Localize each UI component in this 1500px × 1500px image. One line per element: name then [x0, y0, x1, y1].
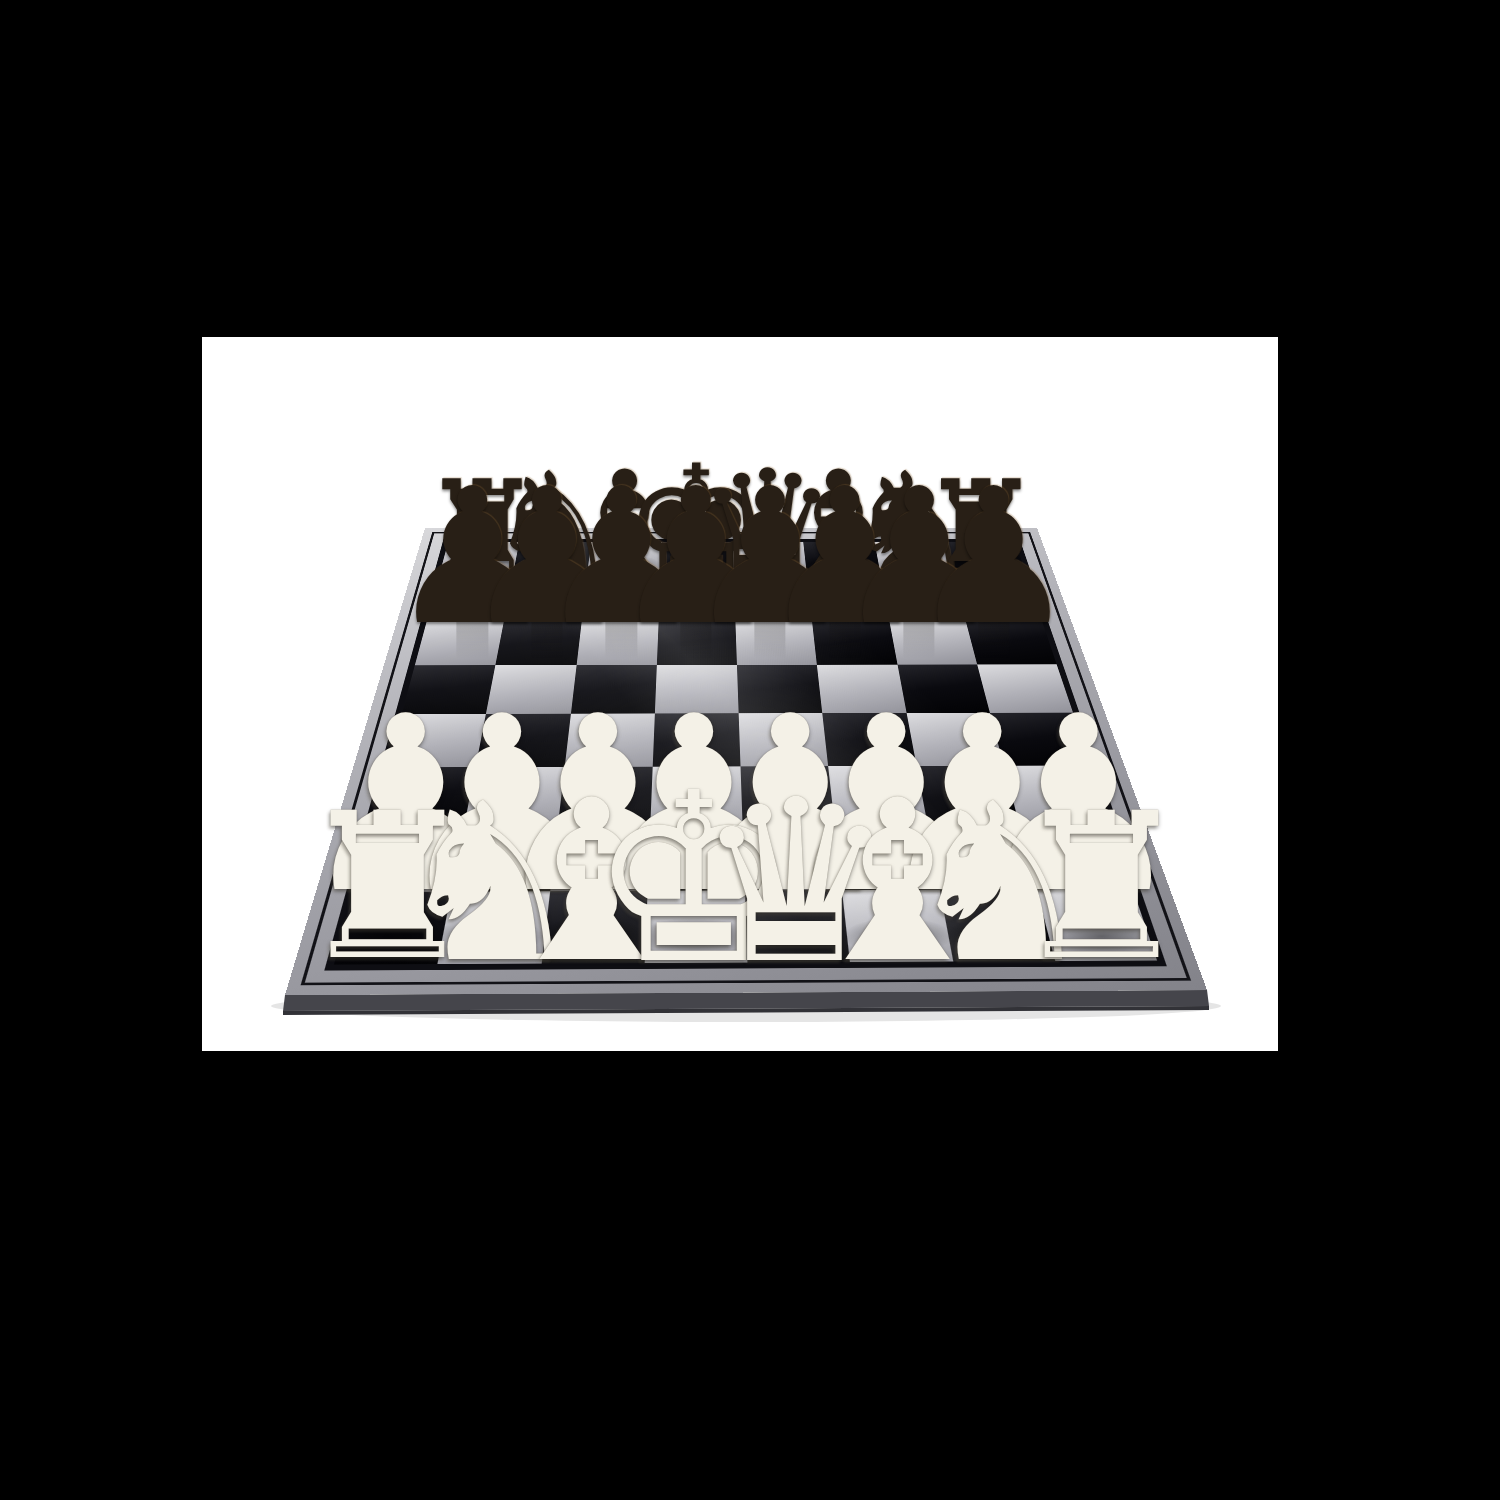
piece-white-rook-h1[interactable]: ♜ — [1011, 787, 1192, 989]
piece-black-pawn-h7[interactable]: ♟ — [909, 464, 1077, 652]
